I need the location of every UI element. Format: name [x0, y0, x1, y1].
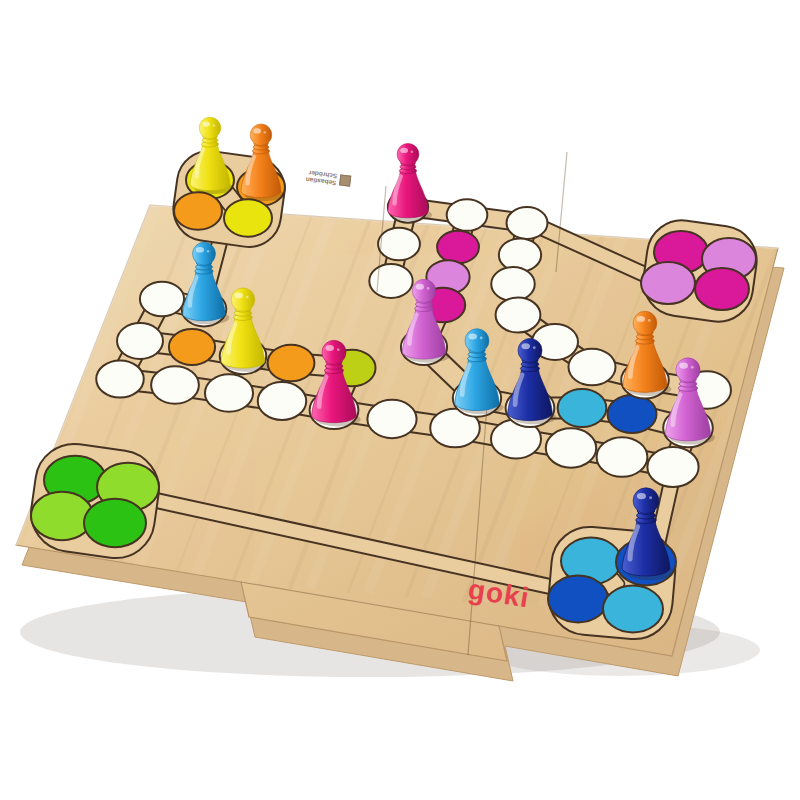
- pawn-head-gloss: [679, 363, 688, 369]
- pawn-head: [412, 279, 435, 302]
- pawn-head-gloss: [325, 345, 334, 351]
- track-circle-c3[interactable]: [117, 323, 163, 359]
- track-circle-c13[interactable]: [597, 437, 648, 477]
- track-circle-c4[interactable]: [96, 360, 144, 397]
- pawn-head: [231, 288, 254, 311]
- track-circle-c15[interactable]: [169, 329, 215, 365]
- pawn-head: [397, 143, 419, 165]
- home-circle-top-right[interactable]: [695, 268, 749, 310]
- home-circle-bottom-right[interactable]: [548, 576, 608, 623]
- pawn-head: [193, 242, 216, 265]
- track-circle-c37[interactable]: [568, 349, 615, 386]
- pawn-head: [633, 311, 657, 335]
- scene: goki Sebastian Schröder: [0, 0, 800, 800]
- pawn-head-gloss: [196, 247, 204, 253]
- track-circle-c5[interactable]: [151, 366, 199, 403]
- pawn-head-gloss: [400, 148, 408, 153]
- pawn-head: [199, 117, 220, 138]
- pawn-head-gloss-dot: [207, 250, 210, 253]
- pawn-head: [676, 358, 700, 382]
- track-circle-c17[interactable]: [268, 345, 315, 382]
- pawn-head-gloss-dot: [691, 366, 694, 369]
- track-circle-c2[interactable]: [140, 282, 184, 316]
- track-circle-c6[interactable]: [205, 374, 253, 412]
- track-circle-c30[interactable]: [558, 389, 607, 427]
- pawn-head-gloss: [637, 493, 646, 499]
- pawn-head-gloss-dot: [427, 287, 430, 290]
- home-circle-bottom-left[interactable]: [84, 499, 146, 547]
- track-circle-c24[interactable]: [437, 231, 479, 264]
- pawn-head-gloss: [521, 343, 530, 349]
- pawn-head-gloss-dot: [649, 496, 652, 499]
- pawn-head-gloss: [637, 316, 645, 322]
- home-circle-top-left[interactable]: [174, 192, 222, 229]
- track-circle-c7[interactable]: [258, 382, 306, 420]
- home-circle-top-left[interactable]: [224, 199, 272, 236]
- board-photo-svg: [0, 0, 800, 800]
- pawn-head-gloss-dot: [246, 296, 249, 299]
- track-circle-c9[interactable]: [367, 400, 416, 438]
- track-circle-c12[interactable]: [546, 428, 596, 467]
- track-circle-c33[interactable]: [499, 238, 541, 271]
- home-circle-bottom-right[interactable]: [603, 586, 663, 633]
- pawn-head-gloss: [469, 333, 477, 339]
- pawn-head-gloss-dot: [480, 337, 483, 340]
- pawn-head-gloss-dot: [648, 319, 651, 322]
- home-circle-bottom-left[interactable]: [31, 492, 93, 540]
- stamp-square-icon: [339, 175, 351, 187]
- pawn-head-gloss-dot: [337, 348, 340, 351]
- track-circle-c14[interactable]: [647, 447, 698, 487]
- pawn-head: [465, 329, 489, 353]
- track-circle-c22[interactable]: [378, 228, 420, 261]
- track-circle-c21[interactable]: [507, 207, 548, 239]
- pawn-head: [518, 338, 542, 362]
- pawn-head: [322, 340, 346, 364]
- pawn-head-gloss: [416, 284, 424, 290]
- track-circle-c34[interactable]: [491, 267, 535, 301]
- pawn-head-gloss-dot: [533, 346, 536, 349]
- track-circle-c35[interactable]: [496, 298, 541, 333]
- track-circle-c20[interactable]: [447, 199, 488, 231]
- pawn-head-gloss: [253, 128, 261, 133]
- pawn-head: [250, 124, 272, 146]
- pawn-head-gloss-dot: [213, 124, 215, 126]
- pawn-head-gloss: [202, 121, 210, 126]
- pawn-magenta[interactable]: [388, 143, 432, 221]
- pawn-head-gloss: [235, 293, 243, 299]
- pawn-head: [633, 488, 659, 514]
- pawn-head-gloss-dot: [411, 151, 414, 154]
- track-circle-c31[interactable]: [608, 395, 657, 433]
- track-circle-c23[interactable]: [369, 264, 412, 298]
- pawn-head-gloss-dot: [264, 131, 266, 133]
- home-circle-top-right[interactable]: [641, 262, 695, 304]
